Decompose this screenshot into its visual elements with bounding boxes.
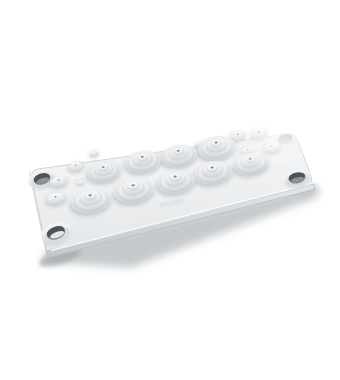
- product-photo: [0, 0, 340, 380]
- membrane-grommet-nub: [88, 150, 99, 158]
- plate-photo-svg: [0, 0, 340, 380]
